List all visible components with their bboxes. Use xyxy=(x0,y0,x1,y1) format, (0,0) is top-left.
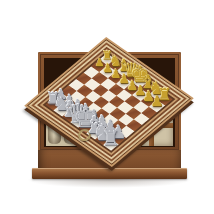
chess-set-product-photo: ♜♞♝♛♚♝♞♜♟♟♟♟♟♟♟♟♟♟♟♟♟♟♟♟♜♞♝♛♚♝♞♜ xyxy=(0,0,214,214)
